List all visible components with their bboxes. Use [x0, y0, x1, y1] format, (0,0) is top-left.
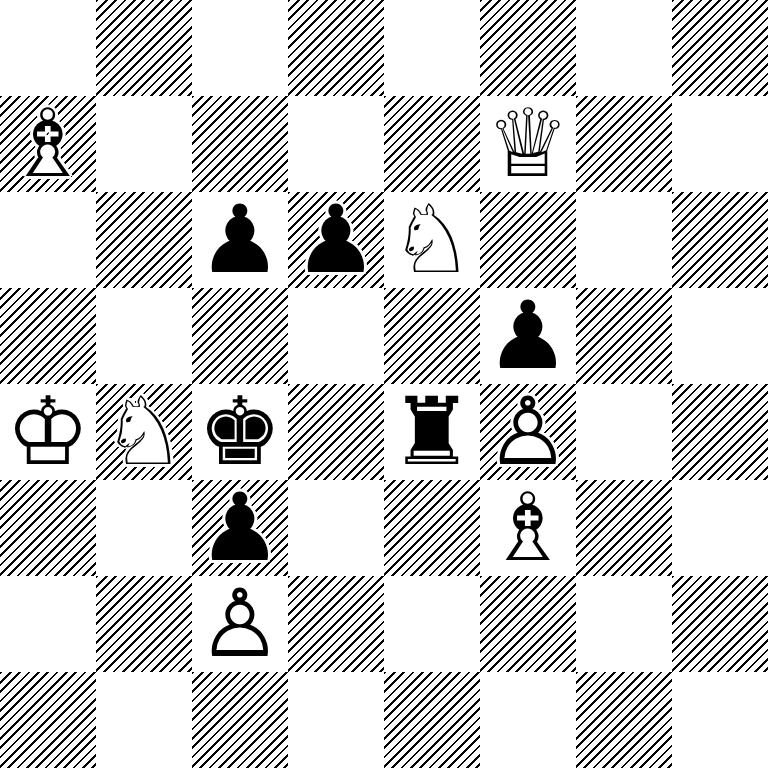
square-c6[interactable]: ♟♟ [192, 192, 288, 288]
black-rook-glyph: ♜ [384, 384, 480, 480]
black-pawn-glyph: ♟ [192, 480, 288, 576]
square-f1[interactable] [480, 672, 576, 768]
square-e3[interactable] [384, 480, 480, 576]
square-f6[interactable] [480, 192, 576, 288]
square-a7[interactable]: ♝♗ [0, 96, 96, 192]
square-b8[interactable] [96, 0, 192, 96]
square-h5[interactable] [672, 288, 768, 384]
white-knight-glyph: ♘ [96, 384, 192, 480]
square-h1[interactable] [672, 672, 768, 768]
square-c7[interactable] [192, 96, 288, 192]
black-pawn-glyph: ♟ [288, 192, 384, 288]
square-d5[interactable] [288, 288, 384, 384]
square-a3[interactable] [0, 480, 96, 576]
square-e1[interactable] [384, 672, 480, 768]
white-king: ♚♔ [0, 384, 96, 480]
square-a4[interactable]: ♚♔ [0, 384, 96, 480]
square-d8[interactable] [288, 0, 384, 96]
square-a5[interactable] [0, 288, 96, 384]
square-d3[interactable] [288, 480, 384, 576]
white-bishop-glyph: ♗ [480, 480, 576, 576]
square-f7[interactable]: ♛♕ [480, 96, 576, 192]
square-h8[interactable] [672, 0, 768, 96]
square-f4[interactable]: ♟♙ [480, 384, 576, 480]
square-d7[interactable] [288, 96, 384, 192]
chess-board: ♝♗♛♕♟♟♟♟♞♘♟♟♚♔♞♘♚♚♜♜♟♙♟♟♝♗♟♙ [0, 0, 768, 768]
black-king-glyph: ♚ [192, 384, 288, 480]
black-pawn: ♟♟ [288, 192, 384, 288]
square-c5[interactable] [192, 288, 288, 384]
square-e5[interactable] [384, 288, 480, 384]
white-pawn-glyph: ♙ [192, 576, 288, 672]
white-pawn: ♟♙ [192, 576, 288, 672]
white-queen: ♛♕ [480, 96, 576, 192]
square-a8[interactable] [0, 0, 96, 96]
white-bishop: ♝♗ [480, 480, 576, 576]
square-h4[interactable] [672, 384, 768, 480]
white-bishop: ♝♗ [0, 96, 96, 192]
black-pawn: ♟♟ [192, 480, 288, 576]
black-pawn: ♟♟ [192, 192, 288, 288]
white-pawn: ♟♙ [480, 384, 576, 480]
square-g2[interactable] [576, 576, 672, 672]
square-c1[interactable] [192, 672, 288, 768]
square-g6[interactable] [576, 192, 672, 288]
black-pawn-glyph: ♟ [480, 288, 576, 384]
square-e6[interactable]: ♞♘ [384, 192, 480, 288]
square-c2[interactable]: ♟♙ [192, 576, 288, 672]
square-h2[interactable] [672, 576, 768, 672]
square-e4[interactable]: ♜♜ [384, 384, 480, 480]
black-king: ♚♚ [192, 384, 288, 480]
square-g1[interactable] [576, 672, 672, 768]
square-a2[interactable] [0, 576, 96, 672]
square-b4[interactable]: ♞♘ [96, 384, 192, 480]
square-d4[interactable] [288, 384, 384, 480]
black-rook: ♜♜ [384, 384, 480, 480]
square-f5[interactable]: ♟♟ [480, 288, 576, 384]
square-d2[interactable] [288, 576, 384, 672]
square-b3[interactable] [96, 480, 192, 576]
square-e2[interactable] [384, 576, 480, 672]
square-g5[interactable] [576, 288, 672, 384]
black-pawn-glyph: ♟ [192, 192, 288, 288]
white-bishop-glyph: ♗ [0, 96, 96, 192]
square-g4[interactable] [576, 384, 672, 480]
square-e7[interactable] [384, 96, 480, 192]
black-pawn: ♟♟ [480, 288, 576, 384]
square-b6[interactable] [96, 192, 192, 288]
square-c3[interactable]: ♟♟ [192, 480, 288, 576]
square-b7[interactable] [96, 96, 192, 192]
square-c8[interactable] [192, 0, 288, 96]
square-g3[interactable] [576, 480, 672, 576]
white-queen-glyph: ♕ [480, 96, 576, 192]
square-g8[interactable] [576, 0, 672, 96]
square-d6[interactable]: ♟♟ [288, 192, 384, 288]
square-b2[interactable] [96, 576, 192, 672]
square-g7[interactable] [576, 96, 672, 192]
square-d1[interactable] [288, 672, 384, 768]
square-f2[interactable] [480, 576, 576, 672]
square-h6[interactable] [672, 192, 768, 288]
white-knight: ♞♘ [96, 384, 192, 480]
white-knight-glyph: ♘ [384, 192, 480, 288]
white-king-glyph: ♔ [0, 384, 96, 480]
white-knight: ♞♘ [384, 192, 480, 288]
square-h7[interactable] [672, 96, 768, 192]
square-b1[interactable] [96, 672, 192, 768]
square-f3[interactable]: ♝♗ [480, 480, 576, 576]
square-a1[interactable] [0, 672, 96, 768]
square-c4[interactable]: ♚♚ [192, 384, 288, 480]
square-a6[interactable] [0, 192, 96, 288]
white-pawn-glyph: ♙ [480, 384, 576, 480]
square-b5[interactable] [96, 288, 192, 384]
square-e8[interactable] [384, 0, 480, 96]
square-h3[interactable] [672, 480, 768, 576]
square-f8[interactable] [480, 0, 576, 96]
